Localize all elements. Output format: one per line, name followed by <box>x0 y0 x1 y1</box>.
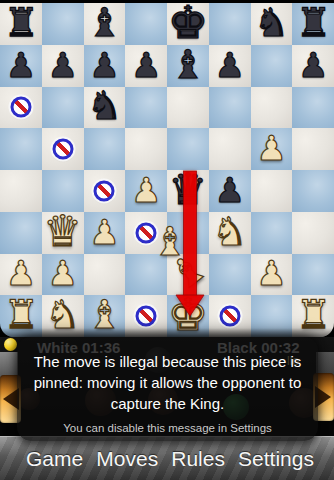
illegal-move-dialog[interactable]: The move is illegal because this piece i… <box>17 337 318 441</box>
no-entry-icon-d1 <box>136 306 157 327</box>
no-entry-icon-f1 <box>219 306 240 327</box>
toolbar-item-moves[interactable]: Moves <box>96 447 158 471</box>
piece-black-b-c8[interactable]: ♝ <box>87 3 122 42</box>
piece-white-n-b1[interactable]: ♞ <box>45 295 80 334</box>
piece-white-b-c1[interactable]: ♝ <box>87 295 122 334</box>
piece-black-n-c6[interactable]: ♞ <box>87 86 122 125</box>
piece-black-p-c7[interactable]: ♟ <box>89 47 119 81</box>
toolbar-item-settings[interactable]: Settings <box>238 447 314 471</box>
no-entry-icon-c4 <box>94 180 115 201</box>
piece-black-b-e7[interactable]: ♝ <box>170 45 205 84</box>
piece-white-p-d4[interactable]: ♟ <box>131 173 161 207</box>
dialog-text-line: pinned: moving it allows the opponent to <box>17 372 318 393</box>
piece-black-p-f7[interactable]: ♟ <box>214 47 244 81</box>
piece-black-p-b7[interactable]: ♟ <box>47 47 77 81</box>
piece-black-k-e8[interactable]: ♚ <box>168 3 208 45</box>
piece-black-r-a8[interactable]: ♜ <box>3 3 38 42</box>
no-entry-icon-b5 <box>52 139 73 160</box>
piece-black-p-f4[interactable]: ♟ <box>214 173 244 207</box>
piece-white-r-a1[interactable]: ♜ <box>3 295 38 334</box>
piece-white-q-b3[interactable]: ♛ <box>43 209 82 252</box>
piece-black-p-h7[interactable]: ♟ <box>298 47 328 81</box>
piece-black-p-d7[interactable]: ♟ <box>131 47 161 81</box>
piece-black-q-e4[interactable]: ♛ <box>169 168 208 211</box>
piece-white-p-a2[interactable]: ♟ <box>6 256 36 290</box>
bottom-toolbar: Game Moves Rules Settings <box>0 436 334 480</box>
dialog-text-line: The move is illegal because this piece i… <box>17 351 318 372</box>
piece-black-r-h8[interactable]: ♜ <box>296 3 331 42</box>
toolbar-item-rules[interactable]: Rules <box>171 447 225 471</box>
piece-black-n-g8[interactable]: ♞ <box>254 3 289 42</box>
dialog-footnote: You can disable this message in Settings <box>17 422 318 434</box>
yellow-ball-decoration <box>4 338 17 351</box>
piece-black-p-a7[interactable]: ♟ <box>6 47 36 81</box>
no-entry-icon-a6 <box>10 97 31 118</box>
piece-white-n-f3[interactable]: ♞ <box>212 212 247 251</box>
chess-app-screen: ♜♝♚♞♜♟♟♟♟♝♟♟♞♟♟♛♟♛♟♞♟♟♟♜♞♝♚♜♝♝ White 01:… <box>0 0 334 480</box>
pieces-layer: ♜♝♚♞♜♟♟♟♟♝♟♟♞♟♟♛♟♛♟♞♟♟♟♜♞♝♚♜♝♝ <box>0 3 334 337</box>
chess-board[interactable]: ♜♝♚♞♜♟♟♟♟♝♟♟♞♟♟♛♟♛♟♞♟♟♟♜♞♝♚♜♝♝ <box>0 3 334 337</box>
dialog-text-line: capture the King. <box>17 393 318 414</box>
toolbar-item-game[interactable]: Game <box>26 447 83 471</box>
piece-white-p-c3[interactable]: ♟ <box>89 214 119 248</box>
piece-white-r-h1[interactable]: ♜ <box>296 295 331 334</box>
piece-white-p-g2[interactable]: ♟ <box>256 256 286 290</box>
piece-white-p-b2[interactable]: ♟ <box>47 256 77 290</box>
piece-white-p-g5[interactable]: ♟ <box>256 131 286 165</box>
